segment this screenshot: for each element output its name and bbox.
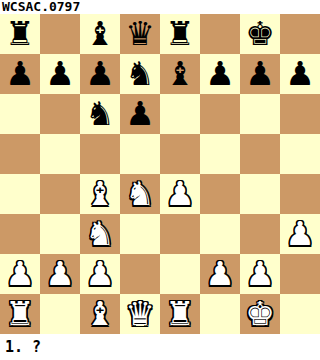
white-rook[interactable]: ♜ (165, 294, 195, 334)
square-h4[interactable] (280, 174, 320, 214)
square-b2[interactable]: ♟ (40, 254, 80, 294)
square-f6[interactable] (200, 94, 240, 134)
chess-board: ♜♝♛♜♚♟♟♟♞♝♟♟♟♞♟♝♞♟♞♟♟♟♟♟♟♜♝♛♜♚ (0, 14, 320, 334)
square-c4[interactable]: ♝ (80, 174, 120, 214)
white-pawn[interactable]: ♟ (45, 254, 75, 294)
black-rook[interactable]: ♜ (165, 14, 195, 54)
square-g8[interactable]: ♚ (240, 14, 280, 54)
square-a2[interactable]: ♟ (0, 254, 40, 294)
square-h6[interactable] (280, 94, 320, 134)
white-pawn[interactable]: ♟ (205, 254, 235, 294)
square-e4[interactable]: ♟ (160, 174, 200, 214)
square-e2[interactable] (160, 254, 200, 294)
square-f1[interactable] (200, 294, 240, 334)
square-e1[interactable]: ♜ (160, 294, 200, 334)
square-c3[interactable]: ♞ (80, 214, 120, 254)
square-g1[interactable]: ♚ (240, 294, 280, 334)
square-a6[interactable] (0, 94, 40, 134)
square-d7[interactable]: ♞ (120, 54, 160, 94)
black-pawn[interactable]: ♟ (85, 54, 115, 94)
square-a4[interactable] (0, 174, 40, 214)
square-c1[interactable]: ♝ (80, 294, 120, 334)
position-id-label: WCSAC.0797 (0, 0, 320, 14)
black-pawn[interactable]: ♟ (125, 94, 155, 134)
white-rook[interactable]: ♜ (5, 294, 35, 334)
white-king[interactable]: ♚ (245, 294, 275, 334)
black-pawn[interactable]: ♟ (45, 54, 75, 94)
white-pawn[interactable]: ♟ (285, 214, 315, 254)
square-d2[interactable] (120, 254, 160, 294)
black-knight[interactable]: ♞ (85, 94, 115, 134)
square-g5[interactable] (240, 134, 280, 174)
square-c6[interactable]: ♞ (80, 94, 120, 134)
square-h2[interactable] (280, 254, 320, 294)
white-knight[interactable]: ♞ (85, 214, 115, 254)
white-pawn[interactable]: ♟ (85, 254, 115, 294)
square-c7[interactable]: ♟ (80, 54, 120, 94)
square-e7[interactable]: ♝ (160, 54, 200, 94)
black-bishop[interactable]: ♝ (165, 54, 195, 94)
square-f7[interactable]: ♟ (200, 54, 240, 94)
square-d8[interactable]: ♛ (120, 14, 160, 54)
square-f4[interactable] (200, 174, 240, 214)
white-queen[interactable]: ♛ (125, 294, 155, 334)
square-h5[interactable] (280, 134, 320, 174)
black-pawn[interactable]: ♟ (285, 54, 315, 94)
square-a3[interactable] (0, 214, 40, 254)
square-h8[interactable] (280, 14, 320, 54)
square-b8[interactable] (40, 14, 80, 54)
white-pawn[interactable]: ♟ (5, 254, 35, 294)
square-h1[interactable] (280, 294, 320, 334)
square-e6[interactable] (160, 94, 200, 134)
square-d1[interactable]: ♛ (120, 294, 160, 334)
square-h3[interactable]: ♟ (280, 214, 320, 254)
black-pawn[interactable]: ♟ (5, 54, 35, 94)
square-d5[interactable] (120, 134, 160, 174)
square-a8[interactable]: ♜ (0, 14, 40, 54)
square-g3[interactable] (240, 214, 280, 254)
square-a7[interactable]: ♟ (0, 54, 40, 94)
square-a1[interactable]: ♜ (0, 294, 40, 334)
square-b4[interactable] (40, 174, 80, 214)
white-bishop[interactable]: ♝ (85, 294, 115, 334)
square-d3[interactable] (120, 214, 160, 254)
square-d6[interactable]: ♟ (120, 94, 160, 134)
white-bishop[interactable]: ♝ (85, 174, 115, 214)
square-b5[interactable] (40, 134, 80, 174)
square-e8[interactable]: ♜ (160, 14, 200, 54)
white-knight[interactable]: ♞ (125, 174, 155, 214)
black-pawn[interactable]: ♟ (245, 54, 275, 94)
square-a5[interactable] (0, 134, 40, 174)
white-pawn[interactable]: ♟ (165, 174, 195, 214)
square-e3[interactable] (160, 214, 200, 254)
square-g7[interactable]: ♟ (240, 54, 280, 94)
square-b6[interactable] (40, 94, 80, 134)
square-b1[interactable] (40, 294, 80, 334)
black-pawn[interactable]: ♟ (205, 54, 235, 94)
square-f3[interactable] (200, 214, 240, 254)
square-c2[interactable]: ♟ (80, 254, 120, 294)
square-b3[interactable] (40, 214, 80, 254)
black-rook[interactable]: ♜ (5, 14, 35, 54)
move-prompt: 1. ? (0, 334, 320, 360)
square-c5[interactable] (80, 134, 120, 174)
black-bishop[interactable]: ♝ (85, 14, 115, 54)
square-f8[interactable] (200, 14, 240, 54)
black-knight[interactable]: ♞ (125, 54, 155, 94)
black-king[interactable]: ♚ (245, 14, 275, 54)
square-e5[interactable] (160, 134, 200, 174)
square-g2[interactable]: ♟ (240, 254, 280, 294)
square-f5[interactable] (200, 134, 240, 174)
square-g6[interactable] (240, 94, 280, 134)
square-f2[interactable]: ♟ (200, 254, 240, 294)
square-h7[interactable]: ♟ (280, 54, 320, 94)
square-b7[interactable]: ♟ (40, 54, 80, 94)
black-queen[interactable]: ♛ (125, 14, 155, 54)
white-pawn[interactable]: ♟ (245, 254, 275, 294)
square-g4[interactable] (240, 174, 280, 214)
square-c8[interactable]: ♝ (80, 14, 120, 54)
square-d4[interactable]: ♞ (120, 174, 160, 214)
